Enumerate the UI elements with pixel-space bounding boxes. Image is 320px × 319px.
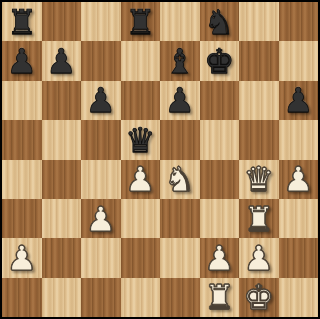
square-c3[interactable]: ♟	[81, 199, 121, 238]
square-d3[interactable]	[121, 199, 161, 238]
square-c1[interactable]	[81, 278, 121, 317]
square-d7[interactable]	[121, 41, 161, 80]
square-g2[interactable]: ♟	[239, 238, 279, 277]
square-e7[interactable]: ♝	[160, 41, 200, 80]
square-g1[interactable]: ♚	[239, 278, 279, 317]
square-g7[interactable]	[239, 41, 279, 80]
square-d2[interactable]	[121, 238, 161, 277]
square-d6[interactable]	[121, 81, 161, 120]
square-c4[interactable]	[81, 160, 121, 199]
square-c7[interactable]	[81, 41, 121, 80]
square-f3[interactable]	[200, 199, 240, 238]
square-b8[interactable]	[42, 2, 82, 41]
black-rook-d8[interactable]: ♜	[125, 5, 155, 39]
square-h7[interactable]	[279, 41, 319, 80]
square-d4[interactable]: ♟	[121, 160, 161, 199]
square-b7[interactable]: ♟	[42, 41, 82, 80]
square-a8[interactable]: ♜	[2, 2, 42, 41]
square-a2[interactable]: ♟	[2, 238, 42, 277]
white-pawn-a2[interactable]: ♟	[7, 241, 37, 275]
black-knight-f8[interactable]: ♞	[204, 5, 234, 39]
white-pawn-c3[interactable]: ♟	[86, 202, 116, 236]
square-d1[interactable]	[121, 278, 161, 317]
white-pawn-h4[interactable]: ♟	[283, 162, 313, 196]
square-c6[interactable]: ♟	[81, 81, 121, 120]
square-d8[interactable]: ♜	[121, 2, 161, 41]
square-b3[interactable]	[42, 199, 82, 238]
square-f6[interactable]	[200, 81, 240, 120]
square-b5[interactable]	[42, 120, 82, 159]
square-e5[interactable]	[160, 120, 200, 159]
square-c2[interactable]	[81, 238, 121, 277]
white-pawn-d4[interactable]: ♟	[125, 162, 155, 196]
square-h1[interactable]	[279, 278, 319, 317]
square-a1[interactable]	[2, 278, 42, 317]
square-h8[interactable]	[279, 2, 319, 41]
square-e2[interactable]	[160, 238, 200, 277]
black-pawn-b7[interactable]: ♟	[46, 44, 76, 78]
square-c8[interactable]	[81, 2, 121, 41]
square-g6[interactable]	[239, 81, 279, 120]
square-e4[interactable]: ♞	[160, 160, 200, 199]
square-f8[interactable]: ♞	[200, 2, 240, 41]
chess-board: ♜♜♞♟♟♝♚♟♟♟♛♟♞♛♟♟♜♟♟♟♜♚	[2, 2, 318, 317]
square-b1[interactable]	[42, 278, 82, 317]
square-g4[interactable]: ♛	[239, 160, 279, 199]
square-b6[interactable]	[42, 81, 82, 120]
square-h5[interactable]	[279, 120, 319, 159]
black-pawn-e6[interactable]: ♟	[165, 83, 195, 117]
square-h6[interactable]: ♟	[279, 81, 319, 120]
white-pawn-f2[interactable]: ♟	[204, 241, 234, 275]
square-c5[interactable]	[81, 120, 121, 159]
white-pawn-g2[interactable]: ♟	[244, 241, 274, 275]
square-f7[interactable]: ♚	[200, 41, 240, 80]
square-a4[interactable]	[2, 160, 42, 199]
square-d5[interactable]: ♛	[121, 120, 161, 159]
square-b2[interactable]	[42, 238, 82, 277]
square-b4[interactable]	[42, 160, 82, 199]
square-a6[interactable]	[2, 81, 42, 120]
square-h2[interactable]	[279, 238, 319, 277]
square-e6[interactable]: ♟	[160, 81, 200, 120]
white-knight-e4[interactable]: ♞	[165, 162, 195, 196]
square-g5[interactable]	[239, 120, 279, 159]
square-e3[interactable]	[160, 199, 200, 238]
chess-board-frame: ♜♜♞♟♟♝♚♟♟♟♛♟♞♛♟♟♜♟♟♟♜♚	[0, 0, 320, 319]
square-f2[interactable]: ♟	[200, 238, 240, 277]
square-e1[interactable]	[160, 278, 200, 317]
square-f5[interactable]	[200, 120, 240, 159]
white-rook-g3[interactable]: ♜	[244, 202, 274, 236]
square-f4[interactable]	[200, 160, 240, 199]
white-rook-f1[interactable]: ♜	[204, 280, 234, 314]
square-a7[interactable]: ♟	[2, 41, 42, 80]
white-king-g1[interactable]: ♚	[244, 280, 274, 314]
square-f1[interactable]: ♜	[200, 278, 240, 317]
square-h4[interactable]: ♟	[279, 160, 319, 199]
black-pawn-a7[interactable]: ♟	[7, 44, 37, 78]
black-rook-a8[interactable]: ♜	[7, 5, 37, 39]
white-queen-g4[interactable]: ♛	[244, 162, 274, 196]
black-bishop-e7[interactable]: ♝	[165, 44, 195, 78]
black-pawn-c6[interactable]: ♟	[86, 83, 116, 117]
black-pawn-h6[interactable]: ♟	[283, 83, 313, 117]
square-e8[interactable]	[160, 2, 200, 41]
square-h3[interactable]	[279, 199, 319, 238]
square-g3[interactable]: ♜	[239, 199, 279, 238]
square-g8[interactable]	[239, 2, 279, 41]
square-a5[interactable]	[2, 120, 42, 159]
square-a3[interactable]	[2, 199, 42, 238]
black-queen-d5[interactable]: ♛	[125, 123, 155, 157]
black-king-f7[interactable]: ♚	[204, 44, 234, 78]
